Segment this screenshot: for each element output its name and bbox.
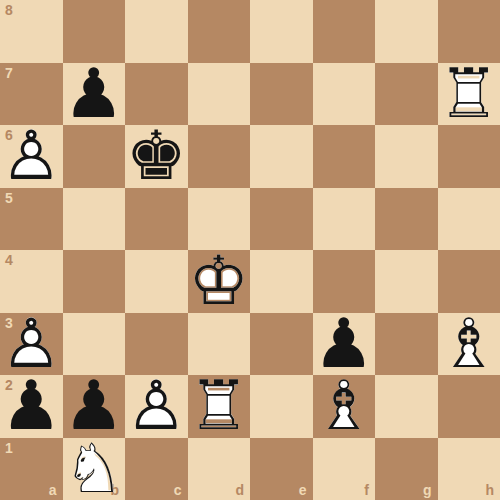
bishop-glyph-outline: ♗ xyxy=(438,313,500,376)
pawn-glyph: ♟ xyxy=(0,375,63,438)
square-e2[interactable] xyxy=(250,375,313,438)
rank-label-1: 1 xyxy=(5,441,13,455)
square-b5[interactable] xyxy=(63,188,126,251)
pawn-glyph-outline: ♙ xyxy=(0,313,63,376)
square-h8[interactable] xyxy=(438,0,500,63)
square-a4[interactable]: 4 xyxy=(0,250,63,313)
square-b8[interactable] xyxy=(63,0,126,63)
square-d5[interactable] xyxy=(188,188,251,251)
piece-white-pawn[interactable]: ♟♙ xyxy=(125,375,188,438)
square-b1[interactable]: b♞♘ xyxy=(63,438,126,500)
square-f4[interactable] xyxy=(313,250,376,313)
square-f2[interactable]: ♝♗ xyxy=(313,375,376,438)
king-glyph-outline: ♔ xyxy=(188,250,251,313)
piece-black-king[interactable]: ♚ xyxy=(125,125,188,188)
chess-board: 87♟♜♖6♟♙♚54♚♔3♟♙♟♝♗2♟♟♟♙♜♖♝♗1ab♞♘cdefgh xyxy=(0,0,500,500)
square-c4[interactable] xyxy=(125,250,188,313)
square-b2[interactable]: ♟ xyxy=(63,375,126,438)
square-a3[interactable]: 3♟♙ xyxy=(0,313,63,376)
square-c1[interactable]: c xyxy=(125,438,188,500)
square-g6[interactable] xyxy=(375,125,438,188)
rook-glyph-fill: ♜ xyxy=(438,63,500,126)
square-a7[interactable]: 7 xyxy=(0,63,63,126)
square-g3[interactable] xyxy=(375,313,438,376)
piece-white-pawn[interactable]: ♟♙ xyxy=(0,313,63,376)
piece-black-pawn[interactable]: ♟ xyxy=(63,375,126,438)
piece-black-pawn[interactable]: ♟ xyxy=(313,313,376,376)
square-f7[interactable] xyxy=(313,63,376,126)
square-e1[interactable]: e xyxy=(250,438,313,500)
piece-white-king[interactable]: ♚♔ xyxy=(188,250,251,313)
file-label-a: a xyxy=(49,483,57,497)
square-d2[interactable]: ♜♖ xyxy=(188,375,251,438)
square-h7[interactable]: ♜♖ xyxy=(438,63,500,126)
square-h6[interactable] xyxy=(438,125,500,188)
pawn-glyph-outline: ♙ xyxy=(125,375,188,438)
square-h3[interactable]: ♝♗ xyxy=(438,313,500,376)
square-e7[interactable] xyxy=(250,63,313,126)
square-a8[interactable]: 8 xyxy=(0,0,63,63)
square-h2[interactable] xyxy=(438,375,500,438)
square-b7[interactable]: ♟ xyxy=(63,63,126,126)
rook-glyph-outline: ♖ xyxy=(438,63,500,126)
file-label-h: h xyxy=(485,483,494,497)
square-h4[interactable] xyxy=(438,250,500,313)
square-b4[interactable] xyxy=(63,250,126,313)
square-d3[interactable] xyxy=(188,313,251,376)
rank-label-4: 4 xyxy=(5,253,13,267)
king-glyph-fill: ♚ xyxy=(188,250,251,313)
square-h1[interactable]: h xyxy=(438,438,500,500)
square-a6[interactable]: 6♟♙ xyxy=(0,125,63,188)
file-label-e: e xyxy=(299,483,307,497)
pawn-glyph-fill: ♟ xyxy=(0,313,63,376)
bishop-glyph-outline: ♗ xyxy=(313,375,376,438)
rank-label-5: 5 xyxy=(5,191,13,205)
bishop-glyph-fill: ♝ xyxy=(313,375,376,438)
piece-black-pawn[interactable]: ♟ xyxy=(63,63,126,126)
knight-glyph-outline: ♘ xyxy=(63,438,126,500)
square-a5[interactable]: 5 xyxy=(0,188,63,251)
square-e6[interactable] xyxy=(250,125,313,188)
square-c2[interactable]: ♟♙ xyxy=(125,375,188,438)
bishop-glyph-fill: ♝ xyxy=(438,313,500,376)
king-glyph: ♚ xyxy=(125,125,188,188)
file-label-d: d xyxy=(235,483,244,497)
pawn-glyph-fill: ♟ xyxy=(125,375,188,438)
file-label-c: c xyxy=(174,483,182,497)
piece-white-bishop[interactable]: ♝♗ xyxy=(438,313,500,376)
pawn-glyph: ♟ xyxy=(63,375,126,438)
square-g4[interactable] xyxy=(375,250,438,313)
rank-label-7: 7 xyxy=(5,66,13,80)
piece-white-pawn[interactable]: ♟♙ xyxy=(0,125,63,188)
pawn-glyph-fill: ♟ xyxy=(0,125,63,188)
square-c3[interactable] xyxy=(125,313,188,376)
square-c5[interactable] xyxy=(125,188,188,251)
square-e4[interactable] xyxy=(250,250,313,313)
square-g7[interactable] xyxy=(375,63,438,126)
piece-white-rook[interactable]: ♜♖ xyxy=(438,63,500,126)
piece-white-bishop[interactable]: ♝♗ xyxy=(313,375,376,438)
square-d6[interactable] xyxy=(188,125,251,188)
pawn-glyph-outline: ♙ xyxy=(0,125,63,188)
square-g8[interactable] xyxy=(375,0,438,63)
square-e3[interactable] xyxy=(250,313,313,376)
square-a1[interactable]: 1a xyxy=(0,438,63,500)
file-label-f: f xyxy=(364,483,369,497)
square-d1[interactable]: d xyxy=(188,438,251,500)
square-g1[interactable]: g xyxy=(375,438,438,500)
rank-label-8: 8 xyxy=(5,3,13,17)
square-g2[interactable] xyxy=(375,375,438,438)
square-f5[interactable] xyxy=(313,188,376,251)
knight-glyph-fill: ♞ xyxy=(63,438,126,500)
pawn-glyph: ♟ xyxy=(63,63,126,126)
square-g5[interactable] xyxy=(375,188,438,251)
square-b6[interactable] xyxy=(63,125,126,188)
square-f8[interactable] xyxy=(313,0,376,63)
rook-glyph-fill: ♜ xyxy=(188,375,251,438)
piece-white-rook[interactable]: ♜♖ xyxy=(188,375,251,438)
file-label-g: g xyxy=(423,483,432,497)
square-d7[interactable] xyxy=(188,63,251,126)
square-f1[interactable]: f xyxy=(313,438,376,500)
square-f3[interactable]: ♟ xyxy=(313,313,376,376)
piece-black-pawn[interactable]: ♟ xyxy=(0,375,63,438)
square-b3[interactable] xyxy=(63,313,126,376)
square-e5[interactable] xyxy=(250,188,313,251)
piece-white-knight[interactable]: ♞♘ xyxy=(63,438,126,500)
square-a2[interactable]: 2♟ xyxy=(0,375,63,438)
rook-glyph-outline: ♖ xyxy=(188,375,251,438)
square-e8[interactable] xyxy=(250,0,313,63)
square-d8[interactable] xyxy=(188,0,251,63)
square-c7[interactable] xyxy=(125,63,188,126)
square-f6[interactable] xyxy=(313,125,376,188)
square-h5[interactable] xyxy=(438,188,500,251)
square-c6[interactable]: ♚ xyxy=(125,125,188,188)
square-d4[interactable]: ♚♔ xyxy=(188,250,251,313)
pawn-glyph: ♟ xyxy=(313,313,376,376)
square-c8[interactable] xyxy=(125,0,188,63)
